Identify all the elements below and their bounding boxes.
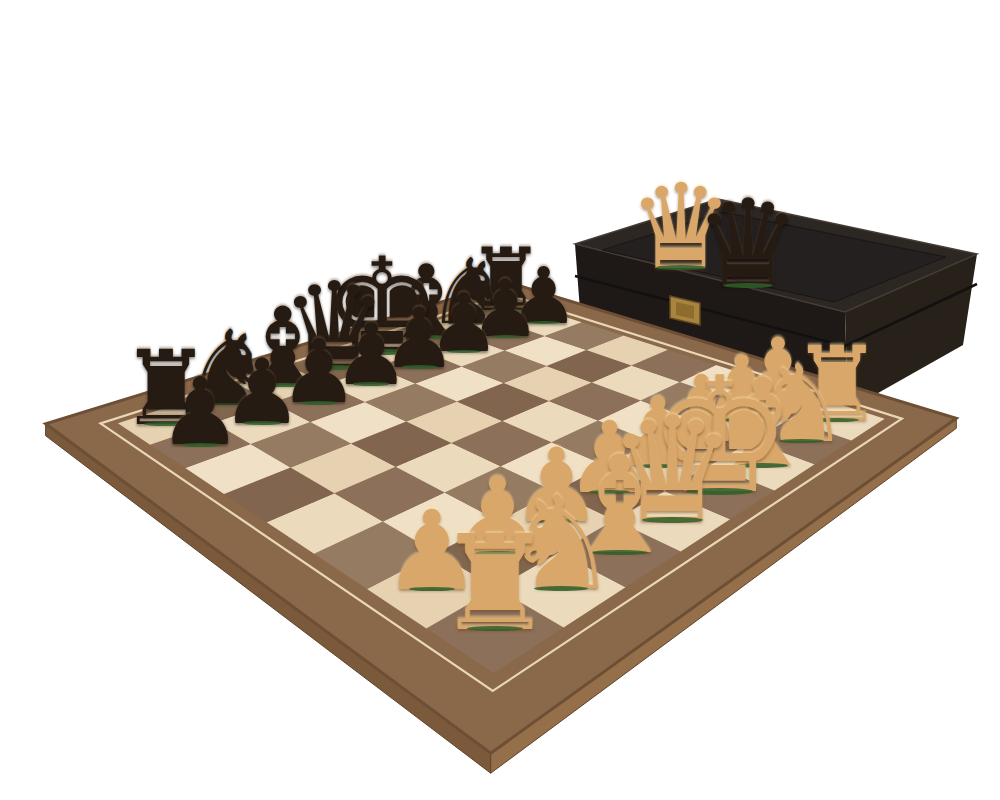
product-photo-scene: ♜♞♝♛♚♝♞♜♟♟♟♟♟♟♟♟♟♟♟♟♟♟♟♟♜♞♝♛♚♝♞♜♛♛	[0, 0, 1000, 800]
board-and-box-graphic	[0, 0, 1000, 800]
